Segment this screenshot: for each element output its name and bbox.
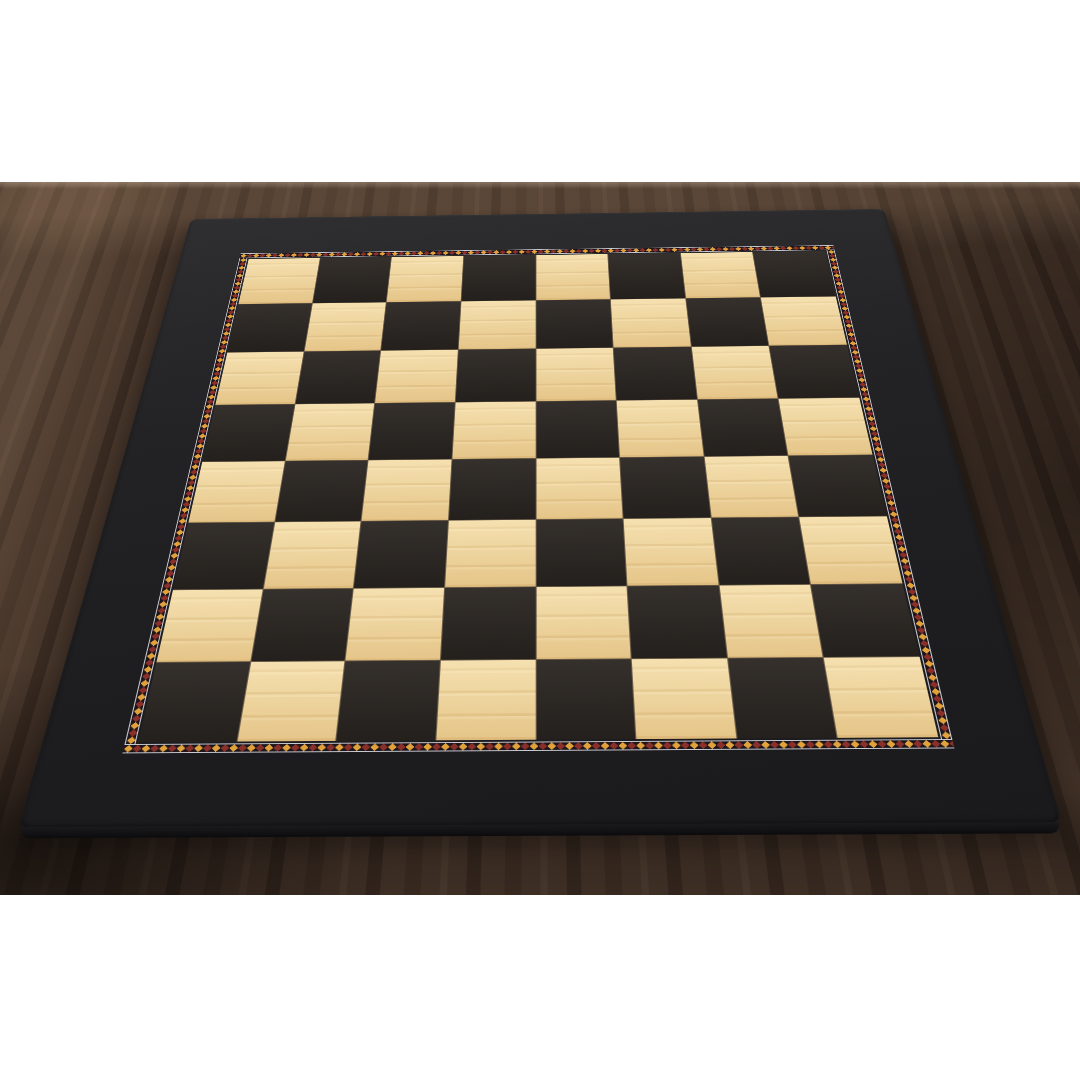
- square-c1: [337, 661, 440, 741]
- square-h1: [824, 657, 938, 737]
- square-f4: [620, 457, 710, 519]
- square-h8: [753, 251, 835, 297]
- square-f2: [628, 585, 727, 658]
- square-e4: [536, 457, 623, 519]
- white-letterbox-top: [0, 0, 1080, 182]
- square-h6: [770, 345, 859, 398]
- square-f6: [614, 347, 697, 400]
- square-h7: [761, 296, 847, 345]
- square-d7: [459, 300, 536, 349]
- square-b4: [275, 460, 368, 522]
- square-e7: [536, 299, 613, 348]
- playing-area: [138, 251, 938, 742]
- square-h4: [789, 455, 887, 517]
- square-a5: [202, 404, 294, 461]
- square-g6: [692, 346, 778, 399]
- square-d6: [456, 349, 536, 402]
- square-d1: [436, 660, 535, 740]
- square-b3: [263, 522, 360, 589]
- square-b8: [313, 257, 392, 303]
- square-a6: [215, 352, 303, 405]
- square-g2: [719, 585, 823, 658]
- chess-board: [18, 209, 1062, 828]
- square-d5: [452, 402, 535, 459]
- square-c3: [354, 521, 448, 588]
- square-e2: [536, 586, 631, 659]
- square-h2: [811, 584, 919, 657]
- square-g8: [681, 252, 761, 298]
- square-c2: [346, 588, 444, 661]
- square-b7: [304, 302, 386, 351]
- square-e3: [536, 519, 626, 586]
- square-h3: [800, 517, 903, 584]
- square-e5: [536, 401, 619, 458]
- square-a8: [238, 258, 319, 304]
- square-e1: [536, 660, 635, 740]
- square-c7: [381, 301, 460, 350]
- square-a4: [188, 461, 284, 523]
- square-d2: [441, 587, 535, 660]
- square-d8: [461, 255, 535, 301]
- square-d3: [445, 520, 535, 587]
- square-g1: [728, 658, 837, 738]
- square-d4: [449, 458, 535, 520]
- square-c6: [375, 350, 457, 403]
- square-b5: [286, 403, 375, 460]
- square-g7: [686, 297, 769, 346]
- square-g3: [712, 517, 811, 584]
- square-g5: [698, 399, 788, 456]
- square-f5: [617, 400, 704, 457]
- square-b1: [237, 662, 344, 742]
- square-c8: [387, 256, 463, 302]
- square-b2: [251, 589, 353, 662]
- product-photo: [0, 0, 1080, 1080]
- square-g4: [704, 456, 798, 518]
- square-h5: [779, 398, 873, 455]
- square-f7: [611, 298, 691, 347]
- square-f8: [608, 253, 685, 299]
- square-f3: [624, 518, 719, 585]
- square-b6: [295, 351, 380, 404]
- square-a7: [227, 303, 311, 352]
- square-e6: [536, 348, 616, 401]
- square-e8: [536, 254, 610, 300]
- square-c4: [362, 459, 452, 521]
- square-a1: [138, 662, 250, 742]
- square-c5: [369, 402, 455, 459]
- square-a2: [156, 589, 262, 662]
- square-a3: [173, 522, 274, 589]
- white-letterbox-bottom: [0, 895, 1080, 1080]
- square-f1: [632, 659, 736, 739]
